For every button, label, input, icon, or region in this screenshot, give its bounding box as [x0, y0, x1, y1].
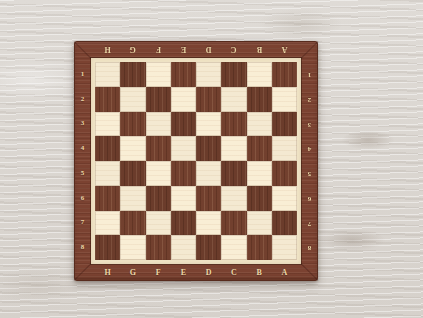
file-label-bottom-f: F — [146, 264, 171, 281]
square-g8[interactable] — [120, 235, 145, 260]
frame-miter-seam — [74, 263, 92, 281]
square-b6[interactable] — [247, 186, 272, 211]
square-f5[interactable] — [146, 161, 171, 186]
rank-label-left-2: 2 — [74, 87, 91, 112]
square-g3[interactable] — [120, 112, 145, 137]
square-e4[interactable] — [171, 136, 196, 161]
square-b2[interactable] — [247, 87, 272, 112]
square-g1[interactable] — [120, 62, 145, 87]
rank-label-right-8: 8 — [301, 235, 318, 260]
square-d5[interactable] — [196, 161, 221, 186]
rank-label-left-6: 6 — [74, 186, 91, 211]
square-e5[interactable] — [171, 161, 196, 186]
square-d3[interactable] — [196, 112, 221, 137]
rank-label-left-7: 7 — [74, 211, 91, 236]
rank-label-right-4: 4 — [301, 136, 318, 161]
square-f3[interactable] — [146, 112, 171, 137]
square-c8[interactable] — [221, 235, 246, 260]
file-label-top-g: G — [120, 41, 145, 58]
square-c1[interactable] — [221, 62, 246, 87]
square-d7[interactable] — [196, 211, 221, 236]
square-b8[interactable] — [247, 235, 272, 260]
file-label-bottom-e: E — [171, 264, 196, 281]
square-f8[interactable] — [146, 235, 171, 260]
square-b4[interactable] — [247, 136, 272, 161]
rank-label-left-4: 4 — [74, 136, 91, 161]
square-a4[interactable] — [272, 136, 297, 161]
rank-labels-left: 12345678 — [74, 62, 91, 260]
square-b1[interactable] — [247, 62, 272, 87]
square-e2[interactable] — [171, 87, 196, 112]
frame-miter-seam — [74, 41, 92, 59]
square-b3[interactable] — [247, 112, 272, 137]
rank-label-right-7: 7 — [301, 211, 318, 236]
square-a1[interactable] — [272, 62, 297, 87]
square-a6[interactable] — [272, 186, 297, 211]
square-f7[interactable] — [146, 211, 171, 236]
square-d8[interactable] — [196, 235, 221, 260]
square-g6[interactable] — [120, 186, 145, 211]
square-g7[interactable] — [120, 211, 145, 236]
square-d4[interactable] — [196, 136, 221, 161]
frame-miter-seam — [301, 41, 319, 59]
rank-label-left-8: 8 — [74, 235, 91, 260]
square-h7[interactable] — [95, 211, 120, 236]
square-c3[interactable] — [221, 112, 246, 137]
square-h8[interactable] — [95, 235, 120, 260]
square-f4[interactable] — [146, 136, 171, 161]
square-e1[interactable] — [171, 62, 196, 87]
file-label-bottom-b: B — [247, 264, 272, 281]
square-d2[interactable] — [196, 87, 221, 112]
square-e7[interactable] — [171, 211, 196, 236]
square-e6[interactable] — [171, 186, 196, 211]
file-label-bottom-d: D — [196, 264, 221, 281]
file-label-bottom-h: H — [95, 264, 120, 281]
file-label-top-b: B — [247, 41, 272, 58]
square-d1[interactable] — [196, 62, 221, 87]
file-labels-top: HGFEDCBA — [95, 41, 297, 58]
rank-label-right-2: 2 — [301, 87, 318, 112]
square-h4[interactable] — [95, 136, 120, 161]
square-b7[interactable] — [247, 211, 272, 236]
square-a3[interactable] — [272, 112, 297, 137]
file-label-top-h: H — [95, 41, 120, 58]
wood-floor-background: HGFEDCBA HGFEDCBA 12345678 12345678 — [0, 0, 423, 318]
rank-label-left-3: 3 — [74, 112, 91, 137]
square-e8[interactable] — [171, 235, 196, 260]
rank-label-left-5: 5 — [74, 161, 91, 186]
playing-field — [91, 58, 301, 264]
file-label-bottom-g: G — [120, 264, 145, 281]
file-label-top-a: A — [272, 41, 297, 58]
square-h3[interactable] — [95, 112, 120, 137]
squares-grid — [95, 62, 297, 260]
rank-label-right-5: 5 — [301, 161, 318, 186]
file-label-bottom-a: A — [272, 264, 297, 281]
square-c7[interactable] — [221, 211, 246, 236]
square-b5[interactable] — [247, 161, 272, 186]
square-c2[interactable] — [221, 87, 246, 112]
square-e3[interactable] — [171, 112, 196, 137]
rank-label-right-3: 3 — [301, 112, 318, 137]
square-f6[interactable] — [146, 186, 171, 211]
square-c5[interactable] — [221, 161, 246, 186]
square-g4[interactable] — [120, 136, 145, 161]
rank-label-right-1: 1 — [301, 62, 318, 87]
rank-label-left-1: 1 — [74, 62, 91, 87]
square-h1[interactable] — [95, 62, 120, 87]
file-label-top-c: C — [221, 41, 246, 58]
square-g5[interactable] — [120, 161, 145, 186]
file-label-top-f: F — [146, 41, 171, 58]
frame-miter-seam — [301, 263, 319, 281]
rank-labels-right: 12345678 — [301, 62, 318, 260]
square-a5[interactable] — [272, 161, 297, 186]
square-f1[interactable] — [146, 62, 171, 87]
square-h6[interactable] — [95, 186, 120, 211]
square-h5[interactable] — [95, 161, 120, 186]
square-g2[interactable] — [120, 87, 145, 112]
rank-label-right-6: 6 — [301, 186, 318, 211]
file-label-top-e: E — [171, 41, 196, 58]
square-c4[interactable] — [221, 136, 246, 161]
square-c6[interactable] — [221, 186, 246, 211]
file-label-top-d: D — [196, 41, 221, 58]
square-f2[interactable] — [146, 87, 171, 112]
file-label-bottom-c: C — [221, 264, 246, 281]
square-d6[interactable] — [196, 186, 221, 211]
square-h2[interactable] — [95, 87, 120, 112]
square-a7[interactable] — [272, 211, 297, 236]
chess-board: HGFEDCBA HGFEDCBA 12345678 12345678 — [74, 41, 318, 281]
square-a8[interactable] — [272, 235, 297, 260]
square-a2[interactable] — [272, 87, 297, 112]
file-labels-bottom: HGFEDCBA — [95, 264, 297, 281]
